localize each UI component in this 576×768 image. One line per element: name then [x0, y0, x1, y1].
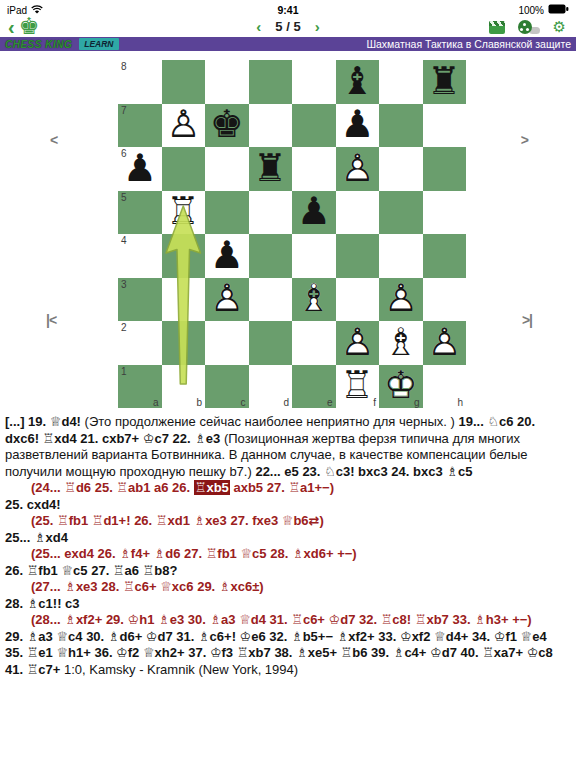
piece-white-pawn[interactable]	[336, 321, 380, 365]
square-d6[interactable]	[249, 147, 293, 191]
square-b1[interactable]: b	[162, 365, 206, 409]
piece-white-rook[interactable]	[162, 191, 206, 235]
move-text[interactable]: axb5 27. ♖a1+−)	[230, 480, 334, 495]
piece-white-rook[interactable]	[336, 365, 380, 409]
piece-white-bishop[interactable]	[292, 278, 336, 322]
file-label-e: e	[327, 397, 333, 408]
square-g6[interactable]	[379, 147, 423, 191]
notation-line-main: 26. ♖fb1 ♕c5 27. ♖a6 ♖b8?	[5, 563, 568, 580]
square-g2[interactable]	[379, 321, 423, 365]
piece-white-pawn[interactable]	[423, 321, 467, 365]
piece-black-pawn[interactable]	[118, 147, 162, 191]
square-g1[interactable]: g	[379, 365, 423, 409]
notation-line-main: 29. ♗a3 ♕c4 30. ♗d6+ ♔d7 31. ♗c6+! ♔e6 3…	[5, 629, 568, 679]
square-f8[interactable]	[336, 60, 380, 104]
square-d7[interactable]	[249, 104, 293, 148]
piece-white-pawn[interactable]	[162, 104, 206, 148]
piece-black-pawn[interactable]	[292, 191, 336, 235]
square-b2[interactable]	[162, 321, 206, 365]
square-c4[interactable]	[205, 234, 249, 278]
notation-line-var: (25. ♖fb1 ♖d1+! 26. ♖xd1 ♗xe3 27. fxe3 ♕…	[5, 513, 568, 530]
app-screen: iPad 9:41 100% ‹ ♚ ‹ 5 / 5 › ⚙ CHESS K	[0, 0, 576, 678]
square-f2[interactable]	[336, 321, 380, 365]
square-g8[interactable]	[379, 60, 423, 104]
battery-percent: 100%	[518, 5, 544, 16]
rank-label-4: 4	[121, 235, 127, 246]
move-text[interactable]: 28. ♗c1!! c3	[5, 596, 80, 611]
move-text[interactable]: (25. ♖fb1 ♖d1+! 26. ♖xd1 ♗xe3 27. fxe3 ♕…	[31, 513, 324, 528]
piece-black-pawn[interactable]	[336, 104, 380, 148]
square-h3[interactable]	[423, 278, 467, 322]
square-d4[interactable]	[249, 234, 293, 278]
square-e8[interactable]	[292, 60, 336, 104]
square-b5[interactable]	[162, 191, 206, 235]
rank-label-2: 2	[121, 322, 127, 333]
film-reel-icon	[518, 20, 532, 34]
square-b4[interactable]	[162, 234, 206, 278]
square-h5[interactable]	[423, 191, 467, 235]
piece-black-bishop[interactable]	[336, 60, 380, 104]
piece-black-rook[interactable]	[423, 60, 467, 104]
square-a3[interactable]: 3	[118, 278, 162, 322]
move-text[interactable]: (24... ♖d6 25. ♖ab1 a6 26.	[31, 480, 194, 495]
square-g5[interactable]	[379, 191, 423, 235]
board-area: < > |< >| 87654321abcdefgh	[0, 51, 576, 411]
piece-white-king[interactable]	[379, 365, 423, 409]
notation-line-var: (24... ♖d6 25. ♖ab1 a6 26. ♖xb5 axb5 27.…	[5, 480, 568, 497]
settings-gear-icon[interactable]: ⚙	[553, 19, 566, 35]
square-a7[interactable]: 7	[118, 104, 162, 148]
page-indicator: 5 / 5	[275, 18, 300, 36]
move-text[interactable]: 26. ♖fb1 ♕c5 27. ♖a6 ♖b8?	[5, 563, 177, 578]
rank-label-8: 8	[121, 61, 127, 72]
square-f1[interactable]: f	[336, 365, 380, 409]
move-text[interactable]: (28... ♗xf2+ 29. ♔h1 ♗e3 30. ♗a3 ♕d4 31.…	[31, 612, 532, 627]
notation-line-var: (25... exd4 26. ♗f4+ ♗d6 27. ♖fb1 ♕c5 28…	[5, 546, 568, 563]
file-label-d: d	[283, 397, 289, 408]
notation-panel: [...] 19. ♕d4! (Это продолжение сейчас н…	[0, 411, 576, 678]
square-g7[interactable]	[379, 104, 423, 148]
square-d3[interactable]	[249, 278, 293, 322]
file-label-a: a	[153, 397, 159, 408]
prev-page-button[interactable]: ‹	[256, 18, 261, 36]
brand-logo-text: CHESS KING	[5, 39, 72, 50]
side-next-button[interactable]: >	[521, 132, 528, 148]
square-d1[interactable]: d	[249, 365, 293, 409]
piece-white-pawn[interactable]	[379, 278, 423, 322]
square-c8[interactable]	[205, 60, 249, 104]
square-b7[interactable]	[162, 104, 206, 148]
square-h2[interactable]	[423, 321, 467, 365]
chess-board: 87654321abcdefgh	[118, 60, 466, 408]
learn-badge: LEARN	[79, 38, 118, 50]
film-reel-toggle[interactable]	[518, 20, 540, 34]
move-text[interactable]: 22... e5 23. ♘c3! bxc3 24. bxc3 ♗c5	[255, 464, 472, 479]
square-b3[interactable]	[162, 278, 206, 322]
square-e7[interactable]	[292, 104, 336, 148]
square-d8[interactable]	[249, 60, 293, 104]
piece-white-bishop[interactable]	[379, 321, 423, 365]
square-h6[interactable]	[423, 147, 467, 191]
side-prev-button[interactable]: <	[50, 132, 57, 148]
file-label-b: b	[196, 397, 202, 408]
comment-text: 1:0, Kamsky - Kramnik (New York, 1994)	[64, 662, 298, 677]
square-e3[interactable]	[292, 278, 336, 322]
square-f6[interactable]	[336, 147, 380, 191]
square-h7[interactable]	[423, 104, 467, 148]
nav-toolbar: ‹ ♚ ‹ 5 / 5 › ⚙	[0, 18, 576, 37]
rank-label-7: 7	[121, 105, 127, 116]
battery-icon	[548, 4, 569, 16]
piece-black-rook[interactable]	[249, 147, 293, 191]
square-c3[interactable]	[205, 278, 249, 322]
square-f3[interactable]	[336, 278, 380, 322]
piece-black-king[interactable]	[205, 104, 249, 148]
comment-text: (Это продолжение сейчас наиболее неприят…	[85, 414, 459, 429]
rank-label-1: 1	[121, 366, 127, 377]
square-d2[interactable]	[249, 321, 293, 365]
file-label-h: h	[457, 397, 463, 408]
square-a2[interactable]: 2	[118, 321, 162, 365]
current-move-highlight[interactable]: ♖xb5	[194, 480, 230, 495]
back-button[interactable]: ‹	[8, 17, 15, 37]
square-a6[interactable]: 6	[118, 147, 162, 191]
clapperboard-icon[interactable]	[489, 21, 505, 34]
move-text[interactable]: [...] 19. ♕d4!	[5, 414, 85, 429]
square-f7[interactable]	[336, 104, 380, 148]
status-bar: iPad 9:41 100%	[0, 0, 576, 18]
file-label-c: c	[241, 397, 246, 408]
brand-bar: CHESS KING LEARN Шахматная Тактика в Сла…	[0, 37, 576, 51]
square-c2[interactable]	[205, 321, 249, 365]
square-e2[interactable]	[292, 321, 336, 365]
square-b6[interactable]	[162, 147, 206, 191]
clock: 9:41	[277, 4, 298, 16]
square-c7[interactable]	[205, 104, 249, 148]
move-text[interactable]: 25. cxd4!	[5, 497, 61, 512]
side-last-button[interactable]: >|	[522, 312, 532, 328]
side-first-button[interactable]: |<	[46, 312, 56, 328]
notation-line-var: (27... ♗xe3 28. ♖c6+ ♕xc6 29. ♗xc6±)	[5, 579, 568, 596]
status-right: 100%	[518, 4, 569, 16]
notation-line-var: (28... ♗xf2+ 29. ♔h1 ♗e3 30. ♗a3 ♕d4 31.…	[5, 612, 568, 629]
square-g4[interactable]	[379, 234, 423, 278]
move-text[interactable]: (25... exd4 26. ♗f4+ ♗d6 27. ♖fb1 ♕c5 28…	[31, 546, 357, 561]
square-a1[interactable]: 1a	[118, 365, 162, 409]
notation-line-main: 28. ♗c1!! c3	[5, 596, 568, 613]
square-e6[interactable]	[292, 147, 336, 191]
move-text[interactable]: 25... ♗xd4	[5, 530, 68, 545]
square-b8[interactable]	[162, 60, 206, 104]
piece-white-pawn[interactable]	[205, 278, 249, 322]
square-a5[interactable]: 5	[118, 191, 162, 235]
notation-line-main: 25... ♗xd4	[5, 530, 568, 547]
course-title: Шахматная Тактика в Славянской защите	[366, 38, 571, 50]
square-h1[interactable]: h	[423, 365, 467, 409]
next-page-button[interactable]: ›	[315, 18, 320, 36]
square-g3[interactable]	[379, 278, 423, 322]
square-a4[interactable]: 4	[118, 234, 162, 278]
square-d5[interactable]	[249, 191, 293, 235]
square-e1[interactable]: e	[292, 365, 336, 409]
notation-line-main: 25. cxd4!	[5, 497, 568, 514]
piece-white-pawn[interactable]	[336, 147, 380, 191]
square-h4[interactable]	[423, 234, 467, 278]
square-h8[interactable]	[423, 60, 467, 104]
notation-line-main: [...] 19. ♕d4! (Это продолжение сейчас н…	[5, 414, 568, 480]
square-f4[interactable]	[336, 234, 380, 278]
square-e5[interactable]	[292, 191, 336, 235]
rank-label-5: 5	[121, 192, 127, 203]
chess-king-logo-icon[interactable]: ♚	[19, 16, 40, 37]
square-a8[interactable]: 8	[118, 60, 162, 104]
square-c5[interactable]	[205, 191, 249, 235]
rank-label-3: 3	[121, 279, 127, 290]
move-text[interactable]: (27... ♗xe3 28. ♖c6+ ♕xc6 29. ♗xc6±)	[31, 579, 264, 594]
square-c6[interactable]	[205, 147, 249, 191]
piece-black-pawn[interactable]	[205, 234, 249, 278]
square-e4[interactable]	[292, 234, 336, 278]
square-c1[interactable]: c	[205, 365, 249, 409]
square-f5[interactable]	[336, 191, 380, 235]
